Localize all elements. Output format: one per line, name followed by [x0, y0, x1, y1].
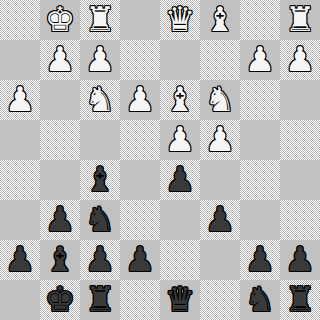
square-g5[interactable]: [40, 160, 80, 200]
square-c4[interactable]: ♟: [200, 120, 240, 160]
square-a6[interactable]: [280, 200, 320, 240]
piece-black-pawn: ♟: [5, 240, 35, 279]
piece-black-pawn: ♟: [245, 240, 275, 279]
square-d2[interactable]: [160, 40, 200, 80]
piece-white-king: ♚: [45, 0, 75, 39]
square-e7[interactable]: ♟: [120, 240, 160, 280]
piece-black-bishop: ♝: [85, 160, 115, 199]
square-h1[interactable]: [0, 0, 40, 40]
piece-white-queen: ♛: [165, 0, 195, 39]
square-c2[interactable]: [200, 40, 240, 80]
square-e3[interactable]: ♟: [120, 80, 160, 120]
piece-black-pawn: ♟: [45, 200, 75, 239]
square-f4[interactable]: [80, 120, 120, 160]
square-e5[interactable]: [120, 160, 160, 200]
square-c1[interactable]: ♝: [200, 0, 240, 40]
square-f3[interactable]: ♞: [80, 80, 120, 120]
square-f5[interactable]: ♝: [80, 160, 120, 200]
square-b7[interactable]: ♟: [240, 240, 280, 280]
piece-black-pawn: ♟: [205, 200, 235, 239]
piece-white-knight: ♞: [85, 80, 115, 119]
piece-white-pawn: ♟: [5, 80, 35, 119]
square-f8[interactable]: ♜: [80, 280, 120, 320]
chess-board: ♚♜♛♝♜♟♟♟♟♟♞♟♝♞♟♟♝♟♟♞♟♟♝♟♟♟♟♚♜♛♞♜: [0, 0, 320, 320]
square-b5[interactable]: [240, 160, 280, 200]
square-h4[interactable]: [0, 120, 40, 160]
square-g4[interactable]: [40, 120, 80, 160]
piece-white-pawn: ♟: [205, 120, 235, 159]
square-e4[interactable]: [120, 120, 160, 160]
square-a5[interactable]: [280, 160, 320, 200]
square-g8[interactable]: ♚: [40, 280, 80, 320]
piece-white-bishop: ♝: [165, 80, 195, 119]
square-e6[interactable]: [120, 200, 160, 240]
piece-white-rook: ♜: [85, 0, 115, 39]
piece-black-rook: ♜: [285, 280, 315, 319]
piece-white-pawn: ♟: [165, 120, 195, 159]
square-f2[interactable]: ♟: [80, 40, 120, 80]
piece-white-pawn: ♟: [45, 40, 75, 79]
piece-black-pawn: ♟: [85, 240, 115, 279]
square-f6[interactable]: ♞: [80, 200, 120, 240]
square-a2[interactable]: ♟: [280, 40, 320, 80]
square-h5[interactable]: [0, 160, 40, 200]
square-c3[interactable]: ♞: [200, 80, 240, 120]
piece-white-bishop: ♝: [205, 0, 235, 39]
square-c8[interactable]: [200, 280, 240, 320]
square-a4[interactable]: [280, 120, 320, 160]
piece-white-pawn: ♟: [285, 40, 315, 79]
square-e2[interactable]: [120, 40, 160, 80]
piece-black-bishop: ♝: [45, 240, 75, 279]
square-g6[interactable]: ♟: [40, 200, 80, 240]
square-d8[interactable]: ♛: [160, 280, 200, 320]
square-d1[interactable]: ♛: [160, 0, 200, 40]
square-b2[interactable]: ♟: [240, 40, 280, 80]
piece-white-rook: ♜: [285, 0, 315, 39]
square-a7[interactable]: ♟: [280, 240, 320, 280]
square-f7[interactable]: ♟: [80, 240, 120, 280]
piece-black-queen: ♛: [165, 280, 195, 319]
square-c5[interactable]: [200, 160, 240, 200]
square-b4[interactable]: [240, 120, 280, 160]
square-b1[interactable]: [240, 0, 280, 40]
square-a1[interactable]: ♜: [280, 0, 320, 40]
square-b6[interactable]: [240, 200, 280, 240]
piece-black-knight: ♞: [85, 200, 115, 239]
piece-white-pawn: ♟: [125, 80, 155, 119]
square-b3[interactable]: [240, 80, 280, 120]
square-h2[interactable]: [0, 40, 40, 80]
piece-white-knight: ♞: [205, 80, 235, 119]
square-h8[interactable]: [0, 280, 40, 320]
piece-black-rook: ♜: [85, 280, 115, 319]
square-h6[interactable]: [0, 200, 40, 240]
square-b8[interactable]: ♞: [240, 280, 280, 320]
square-g7[interactable]: ♝: [40, 240, 80, 280]
square-d4[interactable]: ♟: [160, 120, 200, 160]
square-g3[interactable]: [40, 80, 80, 120]
square-g1[interactable]: ♚: [40, 0, 80, 40]
piece-white-pawn: ♟: [245, 40, 275, 79]
square-h3[interactable]: ♟: [0, 80, 40, 120]
piece-white-pawn: ♟: [85, 40, 115, 79]
square-c6[interactable]: ♟: [200, 200, 240, 240]
piece-black-pawn: ♟: [125, 240, 155, 279]
square-g2[interactable]: ♟: [40, 40, 80, 80]
square-a8[interactable]: ♜: [280, 280, 320, 320]
square-e8[interactable]: [120, 280, 160, 320]
square-c7[interactable]: [200, 240, 240, 280]
piece-black-pawn: ♟: [285, 240, 315, 279]
piece-black-pawn: ♟: [165, 160, 195, 199]
square-a3[interactable]: [280, 80, 320, 120]
square-f1[interactable]: ♜: [80, 0, 120, 40]
piece-black-king: ♚: [45, 280, 75, 319]
piece-black-knight: ♞: [245, 280, 275, 319]
square-d7[interactable]: [160, 240, 200, 280]
square-d6[interactable]: [160, 200, 200, 240]
square-e1[interactable]: [120, 0, 160, 40]
square-d5[interactable]: ♟: [160, 160, 200, 200]
square-h7[interactable]: ♟: [0, 240, 40, 280]
square-d3[interactable]: ♝: [160, 80, 200, 120]
